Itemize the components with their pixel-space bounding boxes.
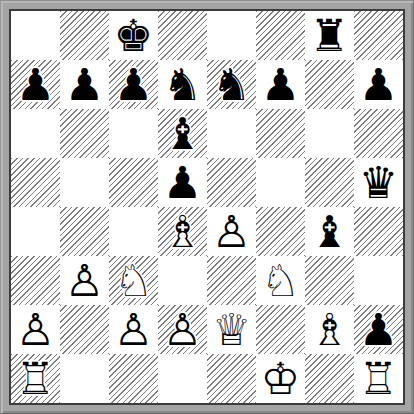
piece-glyph: ♟ [158, 158, 207, 207]
square-e3[interactable] [207, 256, 256, 305]
piece-glyph: ♞ [207, 60, 256, 109]
square-g1[interactable] [305, 354, 354, 403]
piece-glyph: ♘ [109, 256, 158, 305]
piece-black-pawn[interactable]: ♟♟ [354, 60, 403, 109]
square-c6[interactable] [109, 109, 158, 158]
square-a4[interactable] [11, 207, 60, 256]
square-b5[interactable] [60, 158, 109, 207]
square-d3[interactable] [158, 256, 207, 305]
piece-white-knight[interactable]: ♞♘ [256, 256, 305, 305]
piece-white-rook[interactable]: ♜♖ [11, 354, 60, 403]
square-c3[interactable]: ♞♘ [109, 256, 158, 305]
square-g7[interactable] [305, 60, 354, 109]
piece-glyph: ♞ [158, 60, 207, 109]
piece-glyph: ♟ [354, 60, 403, 109]
chess-board: ♚♚♜♜♟♟♟♟♟♟♞♞♞♞♟♟♟♟♝♝♟♟♛♛♝♗♟♙♝♝♟♙♞♘♞♘♟♙♟♙… [9, 9, 405, 405]
square-c5[interactable] [109, 158, 158, 207]
square-e2[interactable]: ♛♕ [207, 305, 256, 354]
square-f1[interactable]: ♚♔ [256, 354, 305, 403]
piece-black-bishop[interactable]: ♝♝ [158, 109, 207, 158]
square-f7[interactable]: ♟♟ [256, 60, 305, 109]
square-c7[interactable]: ♟♟ [109, 60, 158, 109]
square-g8[interactable]: ♜♜ [305, 11, 354, 60]
square-e5[interactable] [207, 158, 256, 207]
piece-black-pawn[interactable]: ♟♟ [354, 305, 403, 354]
square-b8[interactable] [60, 11, 109, 60]
piece-white-king[interactable]: ♚♔ [256, 354, 305, 403]
square-c8[interactable]: ♚♚ [109, 11, 158, 60]
square-b2[interactable] [60, 305, 109, 354]
square-h8[interactable] [354, 11, 403, 60]
square-c2[interactable]: ♟♙ [109, 305, 158, 354]
square-a3[interactable] [11, 256, 60, 305]
piece-glyph: ♖ [11, 354, 60, 403]
square-d1[interactable] [158, 354, 207, 403]
piece-glyph: ♟ [256, 60, 305, 109]
piece-glyph: ♝ [305, 207, 354, 256]
piece-black-pawn[interactable]: ♟♟ [11, 60, 60, 109]
board-frame: ♚♚♜♜♟♟♟♟♟♟♞♞♞♞♟♟♟♟♝♝♟♟♛♛♝♗♟♙♝♝♟♙♞♘♞♘♟♙♟♙… [0, 0, 414, 414]
square-d5[interactable]: ♟♟ [158, 158, 207, 207]
square-h5[interactable]: ♛♛ [354, 158, 403, 207]
square-h6[interactable] [354, 109, 403, 158]
square-h4[interactable] [354, 207, 403, 256]
piece-black-king[interactable]: ♚♚ [109, 11, 158, 60]
piece-glyph: ♖ [354, 354, 403, 403]
piece-glyph: ♛ [354, 158, 403, 207]
piece-glyph: ♘ [256, 256, 305, 305]
piece-glyph: ♙ [207, 207, 256, 256]
piece-glyph: ♜ [305, 11, 354, 60]
square-h1[interactable]: ♜♖ [354, 354, 403, 403]
piece-white-queen[interactable]: ♛♕ [207, 305, 256, 354]
piece-glyph: ♟ [354, 305, 403, 354]
piece-black-queen[interactable]: ♛♛ [354, 158, 403, 207]
piece-white-bishop[interactable]: ♝♗ [305, 305, 354, 354]
square-h2[interactable]: ♟♟ [354, 305, 403, 354]
square-a1[interactable]: ♜♖ [11, 354, 60, 403]
square-e8[interactable] [207, 11, 256, 60]
square-d4[interactable]: ♝♗ [158, 207, 207, 256]
square-h3[interactable] [354, 256, 403, 305]
square-g2[interactable]: ♝♗ [305, 305, 354, 354]
piece-glyph: ♗ [158, 207, 207, 256]
piece-black-bishop[interactable]: ♝♝ [305, 207, 354, 256]
piece-white-knight[interactable]: ♞♘ [109, 256, 158, 305]
square-g3[interactable] [305, 256, 354, 305]
piece-glyph: ♕ [207, 305, 256, 354]
square-f3[interactable]: ♞♘ [256, 256, 305, 305]
square-a7[interactable]: ♟♟ [11, 60, 60, 109]
piece-glyph: ♟ [11, 60, 60, 109]
square-b3[interactable]: ♟♙ [60, 256, 109, 305]
square-d6[interactable]: ♝♝ [158, 109, 207, 158]
piece-white-pawn[interactable]: ♟♙ [60, 256, 109, 305]
square-e6[interactable] [207, 109, 256, 158]
square-e1[interactable] [207, 354, 256, 403]
piece-white-bishop[interactable]: ♝♗ [158, 207, 207, 256]
square-a2[interactable]: ♟♙ [11, 305, 60, 354]
square-e7[interactable]: ♞♞ [207, 60, 256, 109]
piece-white-pawn[interactable]: ♟♙ [11, 305, 60, 354]
square-a6[interactable] [11, 109, 60, 158]
square-b7[interactable]: ♟♟ [60, 60, 109, 109]
square-d7[interactable]: ♞♞ [158, 60, 207, 109]
piece-black-pawn[interactable]: ♟♟ [60, 60, 109, 109]
square-b1[interactable] [60, 354, 109, 403]
square-d8[interactable] [158, 11, 207, 60]
square-d2[interactable]: ♟♙ [158, 305, 207, 354]
square-f4[interactable] [256, 207, 305, 256]
square-c4[interactable] [109, 207, 158, 256]
square-f5[interactable] [256, 158, 305, 207]
square-b6[interactable] [60, 109, 109, 158]
piece-glyph: ♚ [109, 11, 158, 60]
square-g5[interactable] [305, 158, 354, 207]
piece-glyph: ♟ [60, 60, 109, 109]
piece-black-pawn[interactable]: ♟♟ [158, 158, 207, 207]
piece-glyph: ♙ [158, 305, 207, 354]
square-a8[interactable] [11, 11, 60, 60]
piece-glyph: ♙ [11, 305, 60, 354]
piece-glyph: ♟ [109, 60, 158, 109]
square-e4[interactable]: ♟♙ [207, 207, 256, 256]
square-h7[interactable]: ♟♟ [354, 60, 403, 109]
piece-glyph: ♔ [256, 354, 305, 403]
piece-black-knight[interactable]: ♞♞ [207, 60, 256, 109]
piece-glyph: ♙ [109, 305, 158, 354]
piece-white-pawn[interactable]: ♟♙ [158, 305, 207, 354]
piece-glyph: ♙ [60, 256, 109, 305]
square-c1[interactable] [109, 354, 158, 403]
square-b4[interactable] [60, 207, 109, 256]
square-f8[interactable] [256, 11, 305, 60]
piece-glyph: ♗ [305, 305, 354, 354]
piece-glyph: ♝ [158, 109, 207, 158]
piece-white-pawn[interactable]: ♟♙ [109, 305, 158, 354]
square-a5[interactable] [11, 158, 60, 207]
piece-white-pawn[interactable]: ♟♙ [207, 207, 256, 256]
square-g4[interactable]: ♝♝ [305, 207, 354, 256]
piece-white-rook[interactable]: ♜♖ [354, 354, 403, 403]
square-f2[interactable] [256, 305, 305, 354]
piece-black-pawn[interactable]: ♟♟ [256, 60, 305, 109]
square-g6[interactable] [305, 109, 354, 158]
piece-black-rook[interactable]: ♜♜ [305, 11, 354, 60]
piece-black-pawn[interactable]: ♟♟ [109, 60, 158, 109]
piece-black-knight[interactable]: ♞♞ [158, 60, 207, 109]
square-f6[interactable] [256, 109, 305, 158]
